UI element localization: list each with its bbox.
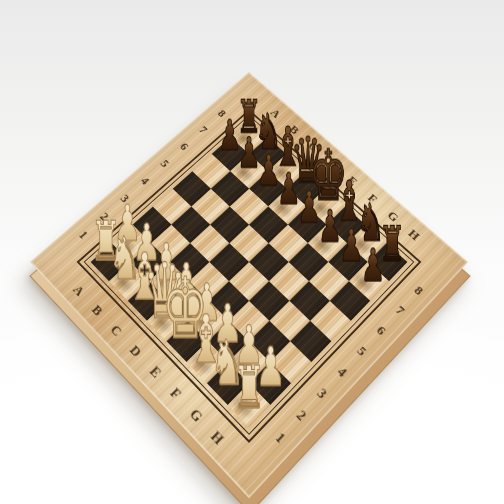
piece-glyph: ♟ xyxy=(308,243,437,288)
piece-glyph: ♜ xyxy=(180,358,318,417)
photo-background: ♜♞♝♛♚♝♞♜♟♟♟♟♟♟♟♟♟♟♟♟♟♟♟♟♜♞♝♛♚♝♞♜ AA11BB2… xyxy=(0,0,504,504)
rank-label-right-1: 1 xyxy=(273,430,288,446)
rank-label-left-5: 5 xyxy=(158,157,171,169)
file-label-bottom-h: H xyxy=(208,428,226,447)
square-h7[interactable]: ♟ xyxy=(349,262,389,301)
chess-board: ♜♞♝♛♚♝♞♜♟♟♟♟♟♟♟♟♟♟♟♟♟♟♟♟♜♞♝♛♚♝♞♜ AA11BB2… xyxy=(30,72,468,498)
rank-label-right-7: 7 xyxy=(394,303,408,317)
square-h1[interactable]: ♜ xyxy=(228,383,270,427)
rank-label-left-4: 4 xyxy=(139,175,152,187)
rank-label-right-6: 6 xyxy=(374,323,388,337)
rank-label-right-5: 5 xyxy=(355,344,369,358)
